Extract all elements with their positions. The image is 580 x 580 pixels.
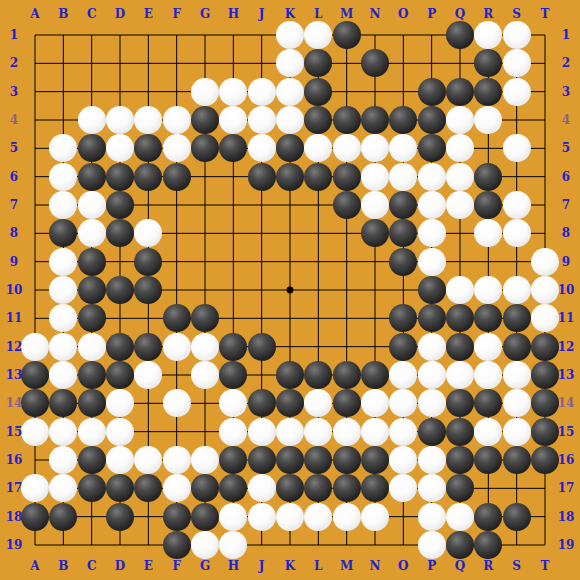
column-label-bottom: G xyxy=(200,560,210,572)
white-stone xyxy=(21,418,49,446)
black-stone xyxy=(503,446,531,474)
column-label-bottom: S xyxy=(512,560,521,572)
black-stone xyxy=(78,446,106,474)
black-stone xyxy=(446,418,474,446)
white-stone xyxy=(446,106,474,134)
row-label-right: 6 xyxy=(562,171,570,183)
white-stone xyxy=(78,333,106,361)
white-stone xyxy=(418,163,446,191)
column-label-bottom: C xyxy=(87,560,97,572)
column-label-bottom: J xyxy=(259,560,265,572)
black-stone xyxy=(78,304,106,332)
white-stone xyxy=(163,134,191,162)
black-stone xyxy=(21,361,49,389)
row-label-right: 9 xyxy=(562,256,570,268)
column-label-bottom: R xyxy=(483,560,493,572)
row-label-right: 18 xyxy=(558,511,575,523)
black-stone xyxy=(418,276,446,304)
white-stone xyxy=(219,418,247,446)
white-stone xyxy=(418,361,446,389)
white-stone xyxy=(418,333,446,361)
row-label-left: 1 xyxy=(10,29,18,41)
black-stone xyxy=(333,163,361,191)
row-label-right: 8 xyxy=(562,227,570,239)
go-board[interactable]: AABBCCDDEEFFGGHHJJKKLLMMNNOOPPQQRRSSTT11… xyxy=(0,0,580,580)
black-stone xyxy=(134,163,162,191)
white-stone xyxy=(78,219,106,247)
row-label-left: 5 xyxy=(10,142,18,154)
black-stone xyxy=(248,389,276,417)
black-stone xyxy=(248,446,276,474)
black-stone xyxy=(134,248,162,276)
column-label-bottom: F xyxy=(172,560,181,572)
column-label-bottom: N xyxy=(370,560,381,572)
row-label-left: 15 xyxy=(6,426,23,438)
row-label-left: 13 xyxy=(6,369,23,381)
black-stone xyxy=(446,78,474,106)
column-label-top: J xyxy=(259,8,265,20)
white-stone xyxy=(219,78,247,106)
white-stone xyxy=(248,503,276,531)
white-stone xyxy=(49,418,77,446)
white-stone xyxy=(333,418,361,446)
column-label-bottom: D xyxy=(115,560,125,572)
black-stone xyxy=(531,361,559,389)
row-label-right: 14 xyxy=(558,397,575,409)
white-stone xyxy=(248,134,276,162)
white-stone xyxy=(446,503,474,531)
white-stone xyxy=(361,163,389,191)
row-label-right: 12 xyxy=(558,341,575,353)
row-label-right: 19 xyxy=(558,539,575,551)
white-stone xyxy=(276,78,304,106)
row-label-left: 16 xyxy=(6,454,23,466)
black-stone xyxy=(474,163,502,191)
black-stone xyxy=(446,333,474,361)
black-stone xyxy=(248,163,276,191)
white-stone xyxy=(248,474,276,502)
black-stone xyxy=(531,446,559,474)
black-stone xyxy=(446,446,474,474)
black-stone xyxy=(418,134,446,162)
black-stone xyxy=(49,503,77,531)
column-label-bottom: O xyxy=(398,560,408,572)
column-label-top: O xyxy=(398,8,408,20)
row-label-right: 17 xyxy=(558,482,575,494)
white-stone xyxy=(219,503,247,531)
row-label-left: 9 xyxy=(10,256,18,268)
white-stone xyxy=(531,248,559,276)
row-label-left: 4 xyxy=(10,114,18,126)
column-label-top: D xyxy=(115,8,125,20)
white-stone xyxy=(163,106,191,134)
white-stone xyxy=(503,389,531,417)
white-stone xyxy=(78,191,106,219)
white-stone xyxy=(106,106,134,134)
star-point xyxy=(287,287,294,294)
black-stone xyxy=(276,163,304,191)
white-stone xyxy=(503,219,531,247)
white-stone xyxy=(248,418,276,446)
row-label-right: 16 xyxy=(558,454,575,466)
black-stone xyxy=(78,163,106,191)
white-stone xyxy=(446,276,474,304)
black-stone xyxy=(163,503,191,531)
black-stone xyxy=(333,21,361,49)
black-stone xyxy=(333,361,361,389)
white-stone xyxy=(106,446,134,474)
white-stone xyxy=(191,333,219,361)
white-stone xyxy=(418,389,446,417)
black-stone xyxy=(389,248,417,276)
white-stone xyxy=(276,21,304,49)
black-stone xyxy=(304,78,332,106)
white-stone xyxy=(304,418,332,446)
white-stone xyxy=(503,418,531,446)
column-label-bottom: L xyxy=(314,560,322,572)
white-stone xyxy=(78,106,106,134)
white-stone xyxy=(304,503,332,531)
row-label-left: 6 xyxy=(10,171,18,183)
black-stone xyxy=(304,163,332,191)
row-label-left: 12 xyxy=(6,341,23,353)
black-stone xyxy=(361,106,389,134)
row-label-left: 14 xyxy=(6,397,23,409)
white-stone xyxy=(418,248,446,276)
black-stone xyxy=(333,389,361,417)
row-label-right: 15 xyxy=(558,426,575,438)
column-label-top: T xyxy=(541,8,550,20)
column-label-top: M xyxy=(340,8,353,20)
white-stone xyxy=(248,78,276,106)
row-label-left: 8 xyxy=(10,227,18,239)
white-stone xyxy=(418,446,446,474)
white-stone xyxy=(474,333,502,361)
column-label-top: G xyxy=(200,8,210,20)
row-label-right: 5 xyxy=(562,142,570,154)
black-stone xyxy=(219,333,247,361)
black-stone xyxy=(333,106,361,134)
row-label-right: 10 xyxy=(558,284,575,296)
column-label-top: L xyxy=(314,8,322,20)
black-stone xyxy=(446,21,474,49)
white-stone xyxy=(418,219,446,247)
white-stone xyxy=(503,191,531,219)
white-stone xyxy=(361,503,389,531)
black-stone xyxy=(106,163,134,191)
black-stone xyxy=(503,333,531,361)
row-label-right: 13 xyxy=(558,369,575,381)
white-stone xyxy=(446,191,474,219)
white-stone xyxy=(49,163,77,191)
black-stone xyxy=(418,304,446,332)
white-stone xyxy=(503,78,531,106)
column-label-top: K xyxy=(285,8,295,20)
row-label-left: 7 xyxy=(10,199,18,211)
row-label-left: 2 xyxy=(10,57,18,69)
column-label-bottom: E xyxy=(144,560,153,572)
black-stone xyxy=(503,304,531,332)
white-stone xyxy=(389,163,417,191)
black-stone xyxy=(418,78,446,106)
black-stone xyxy=(78,248,106,276)
white-stone xyxy=(191,78,219,106)
column-label-top: C xyxy=(87,8,97,20)
white-stone xyxy=(531,276,559,304)
white-stone xyxy=(248,106,276,134)
white-stone xyxy=(191,446,219,474)
white-stone xyxy=(418,474,446,502)
row-label-left: 19 xyxy=(6,539,23,551)
white-stone xyxy=(503,276,531,304)
column-label-bottom: Q xyxy=(455,560,465,572)
white-stone xyxy=(333,503,361,531)
row-label-right: 7 xyxy=(562,199,570,211)
white-stone xyxy=(503,361,531,389)
row-label-right: 11 xyxy=(558,312,575,324)
row-label-right: 3 xyxy=(562,86,570,98)
white-stone xyxy=(418,531,446,559)
black-stone xyxy=(389,333,417,361)
column-label-top: N xyxy=(370,8,381,20)
column-label-top: B xyxy=(58,8,68,20)
white-stone xyxy=(191,361,219,389)
black-stone xyxy=(21,503,49,531)
black-stone xyxy=(106,361,134,389)
white-stone xyxy=(361,191,389,219)
white-stone xyxy=(163,474,191,502)
row-label-left: 17 xyxy=(6,482,23,494)
white-stone xyxy=(503,134,531,162)
white-stone xyxy=(361,418,389,446)
black-stone xyxy=(163,304,191,332)
black-stone xyxy=(446,531,474,559)
white-stone xyxy=(21,333,49,361)
column-label-bottom: P xyxy=(427,560,436,572)
white-stone xyxy=(389,418,417,446)
white-stone xyxy=(191,531,219,559)
black-stone xyxy=(418,106,446,134)
black-stone xyxy=(248,333,276,361)
black-stone xyxy=(333,191,361,219)
black-stone xyxy=(333,446,361,474)
white-stone xyxy=(503,21,531,49)
white-stone xyxy=(276,503,304,531)
black-stone xyxy=(78,276,106,304)
white-stone xyxy=(446,163,474,191)
black-stone xyxy=(474,78,502,106)
row-label-right: 2 xyxy=(562,57,570,69)
column-label-top: E xyxy=(144,8,153,20)
black-stone xyxy=(163,163,191,191)
white-stone xyxy=(49,248,77,276)
column-label-top: P xyxy=(427,8,436,20)
black-stone xyxy=(361,446,389,474)
white-stone xyxy=(418,503,446,531)
row-label-left: 10 xyxy=(6,284,23,296)
column-label-bottom: A xyxy=(30,560,39,572)
white-stone xyxy=(78,418,106,446)
column-label-top: H xyxy=(228,8,239,20)
black-stone xyxy=(163,531,191,559)
black-stone xyxy=(78,134,106,162)
row-label-left: 18 xyxy=(6,511,23,523)
white-stone xyxy=(163,389,191,417)
white-stone xyxy=(49,333,77,361)
black-stone xyxy=(474,503,502,531)
black-stone xyxy=(531,418,559,446)
black-stone xyxy=(418,418,446,446)
black-stone xyxy=(191,106,219,134)
black-stone xyxy=(78,389,106,417)
black-stone xyxy=(191,503,219,531)
row-label-left: 11 xyxy=(6,312,23,324)
white-stone xyxy=(333,134,361,162)
black-stone xyxy=(276,361,304,389)
column-label-bottom: H xyxy=(228,560,239,572)
white-stone xyxy=(446,361,474,389)
row-label-right: 1 xyxy=(562,29,570,41)
column-label-top: R xyxy=(483,8,493,20)
black-stone xyxy=(503,503,531,531)
white-stone xyxy=(276,418,304,446)
white-stone xyxy=(106,418,134,446)
white-stone xyxy=(474,418,502,446)
black-stone xyxy=(78,361,106,389)
row-label-left: 3 xyxy=(10,86,18,98)
black-stone xyxy=(333,474,361,502)
column-label-top: Q xyxy=(455,8,465,20)
column-label-top: F xyxy=(172,8,181,20)
column-label-top: A xyxy=(30,8,39,20)
black-stone xyxy=(531,333,559,361)
column-label-top: S xyxy=(512,8,521,20)
black-stone xyxy=(106,276,134,304)
column-label-bottom: K xyxy=(285,560,295,572)
column-label-bottom: T xyxy=(541,560,550,572)
black-stone xyxy=(106,503,134,531)
column-label-bottom: B xyxy=(58,560,68,572)
white-stone xyxy=(503,49,531,77)
row-label-right: 4 xyxy=(562,114,570,126)
white-stone xyxy=(163,446,191,474)
white-stone xyxy=(418,191,446,219)
black-stone xyxy=(134,333,162,361)
white-stone xyxy=(163,333,191,361)
white-stone xyxy=(276,106,304,134)
black-stone xyxy=(106,333,134,361)
black-stone xyxy=(78,474,106,502)
black-stone xyxy=(276,446,304,474)
black-stone xyxy=(106,191,134,219)
black-stone xyxy=(361,361,389,389)
column-label-bottom: M xyxy=(340,560,353,572)
